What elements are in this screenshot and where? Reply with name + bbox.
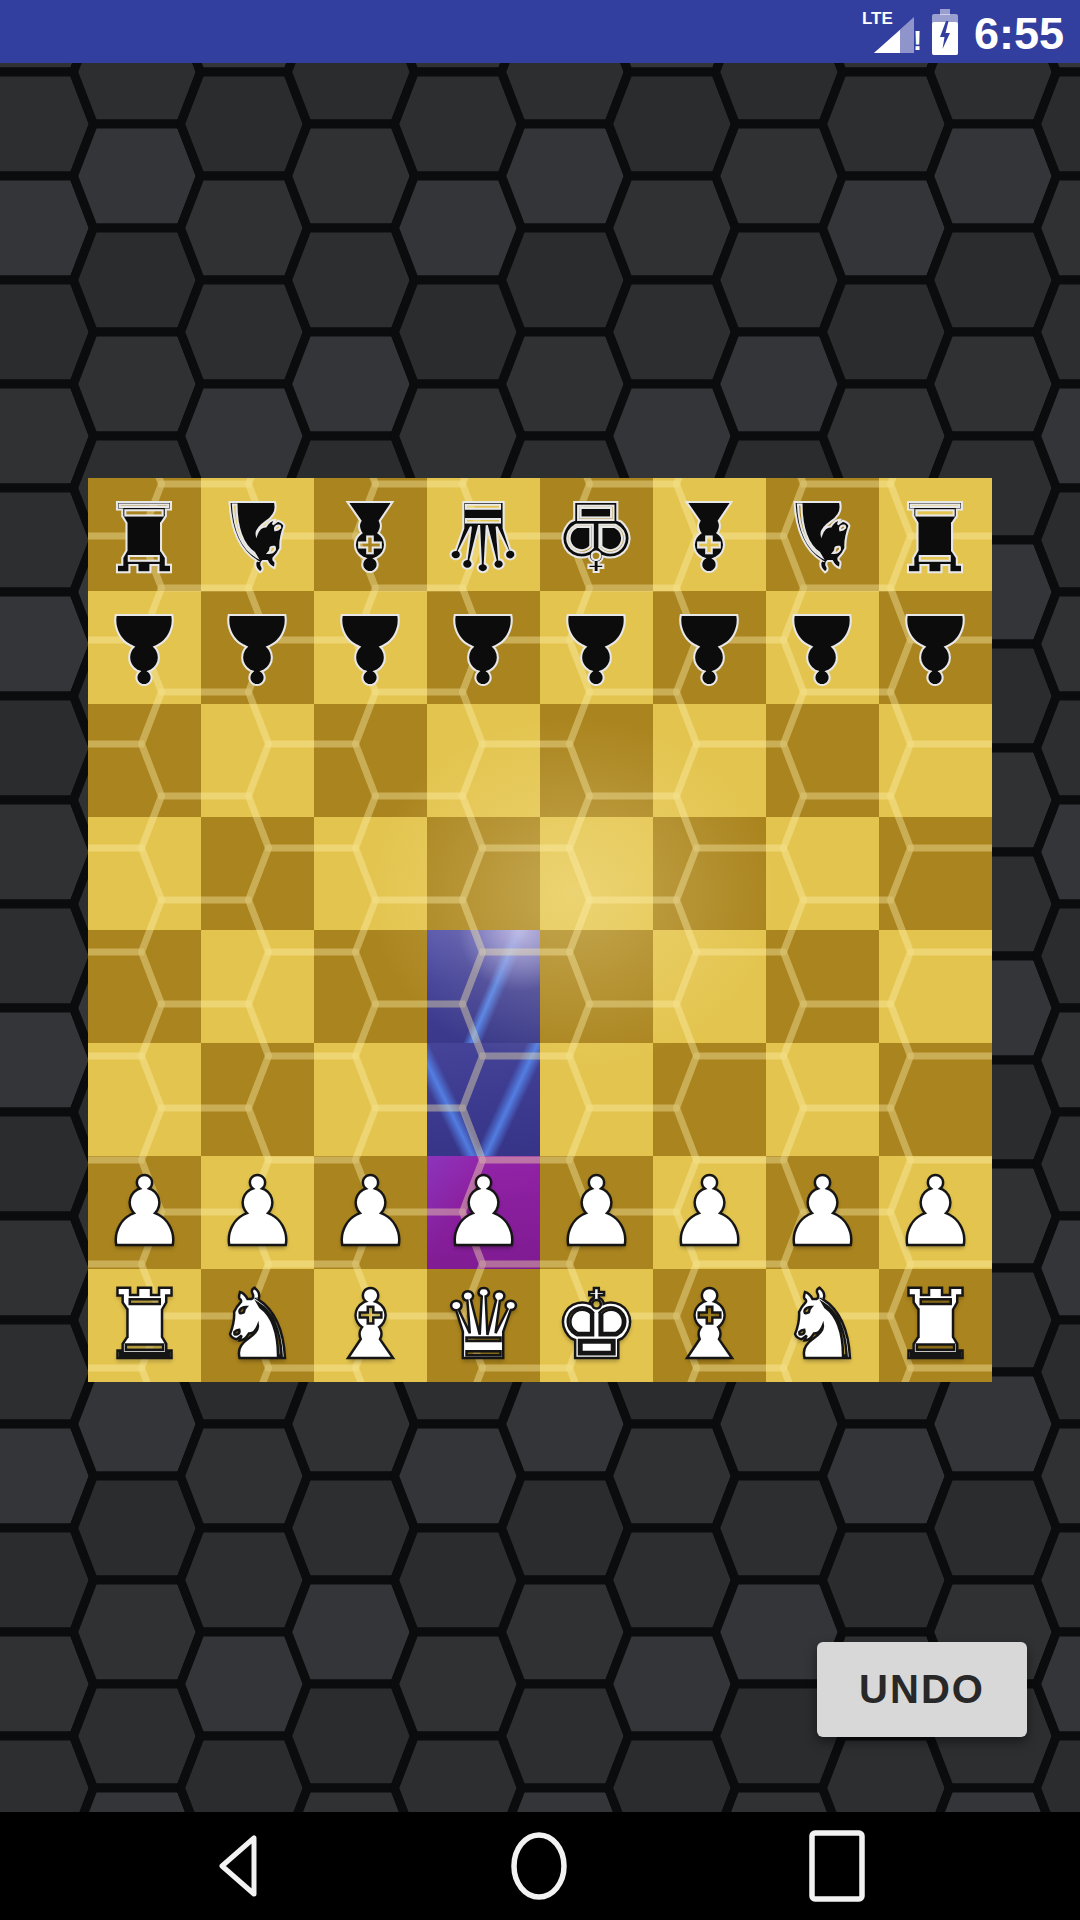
- square-a5[interactable]: [88, 817, 201, 930]
- square-f2[interactable]: ♟: [653, 1156, 766, 1269]
- piece-black-knight: ♞: [779, 478, 865, 591]
- battery-charging-icon: [932, 9, 958, 55]
- piece-white-king: ♚: [553, 1269, 639, 1382]
- piece-black-pawn: ♟: [214, 591, 300, 704]
- piece-black-knight: ♞: [214, 478, 300, 591]
- piece-white-knight: ♞: [779, 1269, 865, 1382]
- square-e6[interactable]: [540, 704, 653, 817]
- square-d3[interactable]: [427, 1043, 540, 1156]
- square-b5[interactable]: [201, 817, 314, 930]
- square-h7[interactable]: ♟: [879, 591, 992, 704]
- square-h4[interactable]: [879, 930, 992, 1043]
- clock: 6:55: [974, 11, 1064, 56]
- piece-black-pawn: ♟: [327, 591, 413, 704]
- status-icons: LTE ! 6:55: [860, 7, 1080, 57]
- square-g1[interactable]: ♞: [766, 1269, 879, 1382]
- android-nav-bar: [0, 1812, 1080, 1920]
- square-h3[interactable]: [879, 1043, 992, 1156]
- square-e8[interactable]: ♚: [540, 478, 653, 591]
- piece-white-pawn: ♟: [101, 1156, 187, 1269]
- square-c4[interactable]: [314, 930, 427, 1043]
- nav-home-button[interactable]: [484, 1812, 594, 1920]
- signal-triangle-icon: [874, 17, 914, 53]
- square-a1[interactable]: ♜: [88, 1269, 201, 1382]
- square-c7[interactable]: ♟: [314, 591, 427, 704]
- square-b7[interactable]: ♟: [201, 591, 314, 704]
- square-g7[interactable]: ♟: [766, 591, 879, 704]
- square-g3[interactable]: [766, 1043, 879, 1156]
- piece-white-pawn: ♟: [214, 1156, 300, 1269]
- piece-black-pawn: ♟: [101, 591, 187, 704]
- piece-white-pawn: ♟: [553, 1156, 639, 1269]
- square-h5[interactable]: [879, 817, 992, 930]
- square-b2[interactable]: ♟: [201, 1156, 314, 1269]
- piece-black-pawn: ♟: [892, 591, 978, 704]
- piece-white-pawn: ♟: [779, 1156, 865, 1269]
- square-f8[interactable]: ♝: [653, 478, 766, 591]
- nav-back-button[interactable]: [181, 1812, 291, 1920]
- square-e3[interactable]: [540, 1043, 653, 1156]
- piece-black-pawn: ♟: [666, 591, 752, 704]
- square-b6[interactable]: [201, 704, 314, 817]
- square-f4[interactable]: [653, 930, 766, 1043]
- square-a2[interactable]: ♟: [88, 1156, 201, 1269]
- square-e1[interactable]: ♚: [540, 1269, 653, 1382]
- square-b1[interactable]: ♞: [201, 1269, 314, 1382]
- square-e4[interactable]: [540, 930, 653, 1043]
- square-a6[interactable]: [88, 704, 201, 817]
- piece-black-queen: ♛: [440, 478, 526, 591]
- square-b3[interactable]: [201, 1043, 314, 1156]
- square-c6[interactable]: [314, 704, 427, 817]
- piece-black-rook: ♜: [892, 478, 978, 591]
- square-g6[interactable]: [766, 704, 879, 817]
- piece-white-bishop: ♝: [327, 1269, 413, 1382]
- nav-recents-button[interactable]: [782, 1812, 892, 1920]
- recents-square-icon: [807, 1828, 867, 1904]
- square-b4[interactable]: [201, 930, 314, 1043]
- piece-white-rook: ♜: [101, 1269, 187, 1382]
- square-a4[interactable]: [88, 930, 201, 1043]
- square-d4[interactable]: [427, 930, 540, 1043]
- piece-black-pawn: ♟: [440, 591, 526, 704]
- undo-button[interactable]: UNDO: [817, 1642, 1027, 1737]
- piece-white-pawn: ♟: [327, 1156, 413, 1269]
- chess-board: ♜♞♝♛♚♝♞♜♟♟♟♟♟♟♟♟♟♟♟♟♟♟♟♟♜♞♝♛♚♝♞♜: [88, 478, 992, 1382]
- square-g2[interactable]: ♟: [766, 1156, 879, 1269]
- square-f7[interactable]: ♟: [653, 591, 766, 704]
- piece-white-pawn: ♟: [440, 1156, 526, 1269]
- square-d8[interactable]: ♛: [427, 478, 540, 591]
- square-a3[interactable]: [88, 1043, 201, 1156]
- square-c8[interactable]: ♝: [314, 478, 427, 591]
- square-h8[interactable]: ♜: [879, 478, 992, 591]
- square-d1[interactable]: ♛: [427, 1269, 540, 1382]
- piece-black-bishop: ♝: [327, 478, 413, 591]
- piece-white-pawn: ♟: [666, 1156, 752, 1269]
- square-c5[interactable]: [314, 817, 427, 930]
- square-h1[interactable]: ♜: [879, 1269, 992, 1382]
- square-f5[interactable]: [653, 817, 766, 930]
- piece-black-pawn: ♟: [779, 591, 865, 704]
- square-c1[interactable]: ♝: [314, 1269, 427, 1382]
- piece-black-pawn: ♟: [553, 591, 639, 704]
- square-f6[interactable]: [653, 704, 766, 817]
- square-e2[interactable]: ♟: [540, 1156, 653, 1269]
- square-g8[interactable]: ♞: [766, 478, 879, 591]
- back-triangle-icon: [211, 1832, 261, 1900]
- square-e5[interactable]: [540, 817, 653, 930]
- square-d5[interactable]: [427, 817, 540, 930]
- piece-white-bishop: ♝: [666, 1269, 752, 1382]
- square-f1[interactable]: ♝: [653, 1269, 766, 1382]
- piece-black-bishop: ♝: [666, 478, 752, 591]
- piece-white-rook: ♜: [892, 1269, 978, 1382]
- cell-signal-icon: LTE !: [860, 7, 922, 57]
- home-circle-icon: [508, 1829, 570, 1903]
- piece-white-queen: ♛: [440, 1269, 526, 1382]
- square-f3[interactable]: [653, 1043, 766, 1156]
- square-h2[interactable]: ♟: [879, 1156, 992, 1269]
- app-screen: LTE ! 6:55 ♜♞♝♛♚♝♞♜♟♟♟♟♟♟♟♟♟♟♟♟♟♟♟♟♜♞♝♛♚…: [0, 0, 1080, 1920]
- square-b8[interactable]: ♞: [201, 478, 314, 591]
- square-d2[interactable]: ♟: [427, 1156, 540, 1269]
- square-g5[interactable]: [766, 817, 879, 930]
- no-internet-exclamation: !: [913, 28, 922, 55]
- status-bar: LTE ! 6:55: [0, 0, 1080, 63]
- square-a8[interactable]: ♜: [88, 478, 201, 591]
- piece-black-rook: ♜: [101, 478, 187, 591]
- square-c2[interactable]: ♟: [314, 1156, 427, 1269]
- square-d7[interactable]: ♟: [427, 591, 540, 704]
- piece-white-pawn: ♟: [892, 1156, 978, 1269]
- square-h6[interactable]: [879, 704, 992, 817]
- square-a7[interactable]: ♟: [88, 591, 201, 704]
- square-c3[interactable]: [314, 1043, 427, 1156]
- square-e7[interactable]: ♟: [540, 591, 653, 704]
- square-d6[interactable]: [427, 704, 540, 817]
- piece-white-knight: ♞: [214, 1269, 300, 1382]
- square-g4[interactable]: [766, 930, 879, 1043]
- piece-black-king: ♚: [553, 478, 639, 591]
